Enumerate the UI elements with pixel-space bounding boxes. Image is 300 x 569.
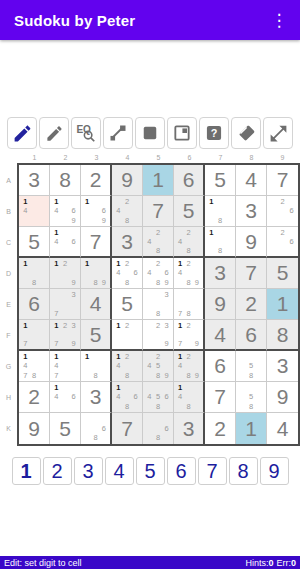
sudoku-grid-area: 123456789 ABCDEFGHK 38291654714146916924… <box>0 152 300 446</box>
pencil-mark-2 <box>184 383 192 392</box>
cell-D1[interactable]: 18 <box>19 258 50 289</box>
cell-D5[interactable]: 24689 <box>143 258 174 289</box>
digit-button-4[interactable]: 4 <box>105 457 134 485</box>
corner-mark-button[interactable] <box>167 117 197 149</box>
cell-E4[interactable]: 5 <box>112 289 143 320</box>
cell-A9[interactable]: 7 <box>267 165 298 196</box>
pencil-mark-6 <box>193 268 201 277</box>
cell-D6[interactable]: 12489 <box>174 258 205 289</box>
pencil-mark-3 <box>162 352 171 361</box>
pencil-mark-8 <box>278 216 287 225</box>
pencil-mark-3 <box>100 259 108 268</box>
pencil-mark-2 <box>30 259 39 268</box>
cell-F2[interactable]: 12379 <box>50 320 81 351</box>
pencil-mark-6: 6 <box>162 424 171 434</box>
pencil-mark-8: 8 <box>184 402 192 411</box>
cell-F4[interactable]: 12 <box>112 320 143 351</box>
cell-F9[interactable]: 8 <box>267 320 298 351</box>
cell-F7[interactable]: 4 <box>205 320 236 351</box>
cell-B6[interactable]: 5 <box>174 196 205 227</box>
pencil-mark-7 <box>83 433 91 443</box>
pencil-mark-1: 1 <box>114 383 123 392</box>
cell-H3[interactable]: 3 <box>81 382 112 413</box>
pencil-mark-7 <box>238 371 247 380</box>
pencil-mark-4: 4 <box>114 392 123 401</box>
cell-A2[interactable]: 8 <box>50 165 81 196</box>
pencil-mark-3: 3 <box>162 321 171 330</box>
pencil-mark-7: 7 <box>52 309 61 318</box>
digit-button-2[interactable]: 2 <box>43 457 72 485</box>
digit-button-7[interactable]: 7 <box>198 457 227 485</box>
pen-icon <box>12 123 33 144</box>
pencil-mark-4: 4 <box>145 361 154 370</box>
cell-value: 5 <box>90 323 102 347</box>
digit-button-3[interactable]: 3 <box>74 457 103 485</box>
pencil-mark-8: 8 <box>154 309 163 318</box>
pencil-mark-4 <box>83 206 91 215</box>
pencil-mark-8 <box>61 278 70 287</box>
cell-H7[interactable]: 7 <box>205 382 236 413</box>
pencil-mark-2 <box>30 197 39 206</box>
digit-button-5[interactable]: 5 <box>136 457 165 485</box>
cell-B3[interactable]: 169 <box>81 196 112 227</box>
cell-G5[interactable]: 24589 <box>143 351 174 382</box>
pencil-mark-7 <box>145 246 154 255</box>
pencil-mark-1 <box>83 414 91 424</box>
cell-E9[interactable]: 1 <box>267 289 298 320</box>
pencil-mark-4: 4 <box>145 237 154 246</box>
cell-A6[interactable]: 6 <box>174 165 205 196</box>
pencil-mark-9 <box>100 433 108 443</box>
pencil-mark-9 <box>193 309 201 318</box>
cell-H4[interactable]: 1468 <box>112 382 143 413</box>
cell-E3[interactable]: 4 <box>81 289 112 320</box>
corner-icon <box>172 123 192 143</box>
cell-value: 5 <box>59 417 71 441</box>
pencil-mark-8: 8 <box>154 246 163 255</box>
cell-value: 7 <box>277 168 289 192</box>
pencil-mark-7 <box>176 246 184 255</box>
cell-A3[interactable]: 2 <box>81 165 112 196</box>
pencil-mark-9: 9 <box>162 339 171 348</box>
pencil-mark-3 <box>69 228 78 237</box>
pencil-mark-4: 4 <box>145 392 154 401</box>
pencil-mark-2 <box>216 228 225 237</box>
digit-button-6[interactable]: 6 <box>167 457 196 485</box>
cell-C5[interactable]: 248 <box>143 227 174 258</box>
pencil-mark-9 <box>131 216 140 225</box>
pencil-mark-8: 8 <box>184 278 192 287</box>
column-labels: 123456789 <box>19 152 300 163</box>
cell-value: 2 <box>28 385 40 409</box>
cell-H9[interactable]: 9 <box>267 382 298 413</box>
pencil-mark-4: 4 <box>21 206 30 215</box>
pencil-mark-2 <box>216 197 225 206</box>
cell-C8[interactable]: 9 <box>236 227 267 258</box>
cell-B7[interactable]: 18 <box>205 196 236 227</box>
cell-value: 3 <box>28 168 40 192</box>
pencil-mark-8: 8 <box>123 402 132 411</box>
pencil-mark-5 <box>216 206 225 215</box>
pencil-mark-4: 4 <box>176 237 184 246</box>
cell-F5[interactable]: 239 <box>143 320 174 351</box>
pencil-marks: 1248 <box>112 351 142 381</box>
pencil-mark-5 <box>278 206 287 215</box>
cell-K7[interactable]: 2 <box>205 413 236 444</box>
svg-text:EQ: EQ <box>76 124 91 135</box>
pencil-mark-9 <box>255 402 264 411</box>
analyze-button[interactable]: EQ <box>71 117 101 149</box>
cell-B4[interactable]: 248 <box>112 196 143 227</box>
row-label-F: F <box>0 320 17 351</box>
pencil-mark-7: 7 <box>52 371 61 380</box>
pencil-marks: 26 <box>267 227 298 256</box>
col-label-9: 9 <box>267 152 298 163</box>
pencil-mark-4: 4 <box>114 268 123 277</box>
pencil-mark-7 <box>21 278 30 287</box>
pencil-mark-8 <box>61 339 70 348</box>
pencil-mark-2: 2 <box>154 321 163 330</box>
cell-F3[interactable]: 5 <box>81 320 112 351</box>
pencil-mark-3 <box>69 352 78 361</box>
cell-D8[interactable]: 7 <box>236 258 267 289</box>
pencil-mark-8 <box>61 246 70 255</box>
pencil-mark-9 <box>131 371 140 380</box>
cell-C7[interactable]: 18 <box>205 227 236 258</box>
cell-value: 6 <box>245 323 257 347</box>
pencil-marks: 68 <box>143 413 173 444</box>
pencil-mark-1: 1 <box>52 383 61 392</box>
pencil-mark-5 <box>91 206 99 215</box>
pencil-mark-1: 1 <box>114 352 123 361</box>
pencil-mark-9 <box>162 246 171 255</box>
pencil-mark-5: 5 <box>247 361 256 370</box>
cell-E6[interactable]: 78 <box>174 289 205 320</box>
pencil-mark-7 <box>269 246 278 255</box>
cell-B2[interactable]: 1469 <box>50 196 81 227</box>
cell-K3[interactable]: 68 <box>81 413 112 444</box>
pencil-mark-7 <box>52 278 61 287</box>
cell-K8[interactable]: 1 <box>236 413 267 444</box>
cell-B1[interactable]: 14 <box>19 196 50 227</box>
cell-D9[interactable]: 5 <box>267 258 298 289</box>
pencil-button[interactable] <box>39 117 69 149</box>
pencil-mark-1 <box>145 259 154 268</box>
pencil-mark-1 <box>176 290 184 299</box>
pencil-mark-6: 6 <box>131 268 140 277</box>
pencil-mark-7 <box>145 433 154 443</box>
cell-A5[interactable]: 1 <box>143 165 174 196</box>
pencil-mark-8 <box>154 339 163 348</box>
pencil-mark-7 <box>238 402 247 411</box>
pencil-mark-6 <box>224 206 233 215</box>
cell-D3[interactable]: 189 <box>81 258 112 289</box>
cell-G7[interactable]: 6 <box>205 351 236 382</box>
pencil-mark-9: 9 <box>162 371 171 380</box>
row-label-E: E <box>0 289 17 320</box>
fill-square-button[interactable] <box>135 117 165 149</box>
pencil-mark-7: 7 <box>52 339 61 348</box>
pencil-marks: 26 <box>267 196 298 226</box>
cell-K6[interactable]: 3 <box>174 413 205 444</box>
pencil-mark-7 <box>114 402 123 411</box>
pencil-mark-7 <box>114 371 123 380</box>
cell-value: 1 <box>152 168 164 192</box>
col-label-2: 2 <box>50 152 81 163</box>
pencil-mark-5 <box>61 361 70 370</box>
fullscreen-button[interactable] <box>263 117 293 149</box>
cell-E8[interactable]: 2 <box>236 289 267 320</box>
pencil-mark-2: 2 <box>184 259 192 268</box>
pencil-mark-1 <box>114 197 123 206</box>
cell-A7[interactable]: 5 <box>205 165 236 196</box>
pencil-mark-2 <box>61 228 70 237</box>
pencil-marks: 1468 <box>112 382 142 412</box>
pencil-mark-2 <box>184 290 192 299</box>
pencil-mark-6: 6 <box>100 206 108 215</box>
pencil-marks: 78 <box>174 289 203 319</box>
pencil-mark-8: 8 <box>30 371 39 380</box>
cell-G9[interactable]: 3 <box>267 351 298 382</box>
cell-E5[interactable]: 38 <box>143 289 174 320</box>
pencil-mark-8: 8 <box>154 371 163 380</box>
pencil-mark-6 <box>193 392 201 401</box>
cell-G8[interactable]: 58 <box>236 351 267 382</box>
pencil-mark-6 <box>69 268 78 277</box>
pencil-mark-4 <box>207 237 216 246</box>
pencil-mark-7 <box>145 278 154 287</box>
pencil-mark-7 <box>52 402 61 411</box>
pencil-mark-5: 5 <box>154 392 163 401</box>
digit-button-1[interactable]: 1 <box>12 457 41 485</box>
pencil-mark-3 <box>224 197 233 206</box>
cell-B8[interactable]: 3 <box>236 196 267 227</box>
app-title: Sudoku by Peter <box>14 12 135 29</box>
cell-value: 1 <box>277 292 289 316</box>
pencil-mark-1: 1 <box>83 259 91 268</box>
pencil-mark-9: 9 <box>193 339 201 348</box>
help-button[interactable]: ? <box>199 117 229 149</box>
digit-button-9[interactable]: 9 <box>260 457 289 485</box>
cell-K9[interactable]: 4 <box>267 413 298 444</box>
pencil-marks: 18 <box>205 196 235 226</box>
pencil-mark-1 <box>145 352 154 361</box>
cell-value: 7 <box>121 417 133 441</box>
pencil-mark-4: 4 <box>52 206 61 215</box>
cell-value: 2 <box>214 417 226 441</box>
pencil-mark-1: 1 <box>83 197 91 206</box>
cell-H6[interactable]: 148 <box>174 382 205 413</box>
pencil-mark-4 <box>83 361 91 370</box>
pencil-mark-6 <box>38 330 47 339</box>
eraser-button[interactable] <box>231 117 261 149</box>
cell-value: 4 <box>245 168 257 192</box>
cell-C9[interactable]: 26 <box>267 227 298 258</box>
cell-H5[interactable]: 4568 <box>143 382 174 413</box>
pencil-mark-8: 8 <box>184 371 192 380</box>
cell-D2[interactable]: 129 <box>50 258 81 289</box>
pencil-mark-8: 8 <box>123 216 132 225</box>
cell-C4[interactable]: 3 <box>112 227 143 258</box>
pencil-mark-9 <box>38 371 47 380</box>
cell-value: 3 <box>121 230 133 254</box>
cell-A8[interactable]: 4 <box>236 165 267 196</box>
col-label-3: 3 <box>81 152 112 163</box>
pencil-mark-4 <box>52 268 61 277</box>
pencil-mark-6: 6 <box>287 206 296 215</box>
cell-C2[interactable]: 146 <box>50 227 81 258</box>
pencil-mark-3 <box>255 383 264 392</box>
cell-G4[interactable]: 1248 <box>112 351 143 382</box>
pencil-mark-1 <box>145 228 154 237</box>
cell-value: 5 <box>277 261 289 285</box>
pencil-marks: 12489 <box>174 351 203 381</box>
pencil-mark-5 <box>61 299 70 308</box>
pencil-marks: 24689 <box>143 258 173 288</box>
line-button[interactable] <box>103 117 133 149</box>
pencil-mark-6: 6 <box>287 237 296 246</box>
pencil-mark-2 <box>61 197 70 206</box>
kebab-menu-icon[interactable]: ⋮ <box>270 12 288 29</box>
pencil-mark-8: 8 <box>154 278 163 287</box>
pencil-mark-6: 6 <box>162 392 171 401</box>
pencil-marks: 1279 <box>174 320 203 349</box>
pencil-mark-9 <box>131 402 140 411</box>
pencil-mark-3 <box>69 259 78 268</box>
pencil-mark-5 <box>184 268 192 277</box>
cell-A1[interactable]: 3 <box>19 165 50 196</box>
pencil-mark-3 <box>38 197 47 206</box>
pencil-mark-1: 1 <box>52 228 61 237</box>
pencil-mark-8: 8 <box>247 371 256 380</box>
cell-G1[interactable]: 1478 <box>19 351 50 382</box>
pencil-marks: 12379 <box>50 320 80 349</box>
cell-value: 2 <box>90 168 102 192</box>
pencil-mark-8: 8 <box>91 278 99 287</box>
pencil-marks: 148 <box>174 382 203 412</box>
line-icon <box>108 123 128 143</box>
cell-C3[interactable]: 7 <box>81 227 112 258</box>
pencil-mark-2: 2 <box>184 321 192 330</box>
cell-K2[interactable]: 5 <box>50 413 81 444</box>
pencil-mark-9 <box>162 309 171 318</box>
digit-button-8[interactable]: 8 <box>229 457 258 485</box>
cell-G2[interactable]: 147 <box>50 351 81 382</box>
cell-H1[interactable]: 2 <box>19 382 50 413</box>
pencil-mark-7 <box>269 216 278 225</box>
pencil-mark-5 <box>154 237 163 246</box>
pencil-mark-3 <box>100 352 108 361</box>
pencil-mark-8 <box>61 216 70 225</box>
digit-selector-bar: 123456789 <box>0 457 300 485</box>
pencil-marks: 38 <box>143 289 173 319</box>
row-labels: ABCDEFGHK <box>0 163 17 446</box>
pencil-mark-2 <box>91 352 99 361</box>
pencil-marks: 146 <box>50 382 80 412</box>
cell-H8[interactable]: 58 <box>236 382 267 413</box>
cell-F6[interactable]: 1279 <box>174 320 205 351</box>
pencil-mark-8: 8 <box>154 402 163 411</box>
pencil-mark-2 <box>247 383 256 392</box>
cell-C6[interactable]: 248 <box>174 227 205 258</box>
pencil-mark-1: 1 <box>114 259 123 268</box>
cell-E7[interactable]: 9 <box>205 289 236 320</box>
cell-K5[interactable]: 68 <box>143 413 174 444</box>
pencil-mark-6: 6 <box>131 392 140 401</box>
hints-value: 0 <box>268 558 273 568</box>
cell-value: 2 <box>245 292 257 316</box>
pencil-mark-1: 1 <box>52 197 61 206</box>
cell-F1[interactable]: 17 <box>19 320 50 351</box>
pencil-mark-7 <box>145 371 154 380</box>
hints-label: Hints: <box>245 558 268 568</box>
pencil-mark-6: 6 <box>100 424 108 434</box>
status-mode-text: Edit: set digit to cell <box>4 558 82 568</box>
pencil-mark-9 <box>131 339 140 348</box>
pencil-mark-1: 1 <box>52 259 61 268</box>
pencil-mark-1: 1 <box>21 321 30 330</box>
cell-G6[interactable]: 12489 <box>174 351 205 382</box>
cell-F8[interactable]: 6 <box>236 320 267 351</box>
pencil-mark-8: 8 <box>30 278 39 287</box>
pencil-mark-2: 2 <box>154 259 163 268</box>
cell-B5[interactable]: 7 <box>143 196 174 227</box>
pencil-mark-4 <box>238 392 247 401</box>
pencil-mark-6: 6 <box>69 392 78 401</box>
pencil-mark-2 <box>61 352 70 361</box>
pencil-mark-8 <box>123 339 132 348</box>
cell-G3[interactable]: 18 <box>81 351 112 382</box>
cell-E2[interactable]: 37 <box>50 289 81 320</box>
pencil-mark-4: 4 <box>52 392 61 401</box>
cell-C1[interactable]: 5 <box>19 227 50 258</box>
pencil-mark-1: 1 <box>207 228 216 237</box>
cell-K4[interactable]: 7 <box>112 413 143 444</box>
pencil-marks: 129 <box>50 258 80 288</box>
pen-button[interactable] <box>7 117 37 149</box>
cell-D7[interactable]: 3 <box>205 258 236 289</box>
pencil-mark-6 <box>162 299 171 308</box>
pencil-mark-9 <box>69 402 78 411</box>
pencil-mark-1: 1 <box>52 352 61 361</box>
cell-D4[interactable]: 12468 <box>112 258 143 289</box>
pencil-mark-6: 6 <box>69 237 78 246</box>
cell-A4[interactable]: 9 <box>112 165 143 196</box>
cell-B9[interactable]: 26 <box>267 196 298 227</box>
pencil-marks: 248 <box>174 227 203 256</box>
cell-value: 4 <box>277 417 289 441</box>
pencil-mark-1 <box>145 414 154 424</box>
pencil-mark-5 <box>123 392 132 401</box>
row-label-K: K <box>0 413 17 444</box>
cell-H2[interactable]: 146 <box>50 382 81 413</box>
pencil-mark-8: 8 <box>216 216 225 225</box>
pencil-marks: 12489 <box>174 258 203 288</box>
pencil-mark-5 <box>154 268 163 277</box>
cell-E1[interactable]: 6 <box>19 289 50 320</box>
pencil-mark-9 <box>224 246 233 255</box>
pencil-mark-5 <box>123 330 132 339</box>
pencil-mark-7 <box>21 216 30 225</box>
pencil-mark-9: 9 <box>193 371 201 380</box>
pencil-mark-2: 2 <box>123 352 132 361</box>
app-bar: Sudoku by Peter ⋮ <box>0 0 300 40</box>
cell-K1[interactable]: 9 <box>19 413 50 444</box>
pencil-mark-8 <box>61 371 70 380</box>
pencil-mark-1 <box>145 383 154 392</box>
pencil-marks: 12 <box>112 320 142 349</box>
errors-label: Err: <box>276 558 291 568</box>
